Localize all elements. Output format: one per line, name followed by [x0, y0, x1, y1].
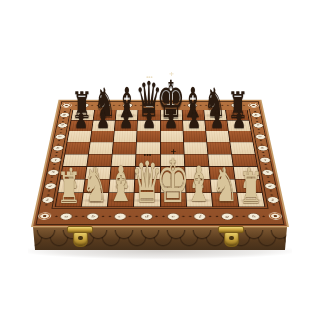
square-c5: [113, 143, 136, 154]
scroll-ornament-icon: ◆: [242, 215, 245, 217]
square-h8: [226, 110, 249, 120]
file-label-cell: ◆c◆: [116, 101, 138, 110]
file-labels-top: ◆a◆◆b◆◆c◆◆d◆◆e◆◆f◆◆g◆◆h◆: [72, 101, 247, 110]
rosette-medallion-icon: [248, 103, 259, 108]
scroll-ornament-icon: ◆: [262, 151, 265, 153]
file-label-cell: ◆d◆: [138, 101, 160, 110]
rank-label-cell: ◆8◆: [248, 110, 265, 120]
file-label-a: a: [79, 103, 90, 108]
square-d8: [138, 110, 159, 120]
square-a4: [63, 154, 88, 166]
scroll-ornament-icon: ◆: [227, 104, 230, 105]
file-label-cell: ◆f◆: [181, 101, 203, 110]
latch-hole: [78, 236, 83, 240]
square-a6: [67, 131, 91, 142]
square-d2: [135, 179, 160, 192]
square-a1: [56, 193, 83, 207]
scroll-ornament-icon: ◆: [75, 215, 78, 217]
scroll-ornament-icon: ◆: [82, 215, 85, 217]
latch-hasp: [73, 232, 88, 247]
file-label-f: f: [194, 213, 207, 220]
scroll-ornament-icon: ◆: [162, 104, 164, 105]
square-g4: [208, 154, 233, 166]
square-g7: [205, 121, 228, 131]
scroll-ornament-icon: ◆: [182, 215, 185, 217]
file-label-cell: ◆f◆: [186, 207, 214, 226]
file-label-a: a: [59, 213, 73, 220]
scroll-ornament-icon: ◆: [269, 190, 272, 192]
file-label-h: h: [247, 213, 261, 220]
file-label-cell: ◆h◆: [224, 101, 247, 110]
board-grid: [55, 110, 266, 207]
chess-board: ◆a◆◆b◆◆c◆◆d◆◆e◆◆f◆◆g◆◆h◆ ◆a◆◆b◆◆c◆◆d◆◆e◆…: [31, 100, 289, 227]
square-e6: [160, 131, 182, 142]
square-g3: [209, 167, 234, 179]
rank-label-cell: ◆4◆: [256, 154, 274, 166]
scroll-ornament-icon: ◆: [45, 204, 48, 206]
scroll-ornament-icon: ◆: [118, 104, 121, 105]
scroll-ornament-icon: ◆: [183, 104, 186, 105]
square-c4: [112, 154, 136, 166]
scroll-ornament-icon: ◆: [221, 104, 224, 105]
file-label-cell: ◆g◆: [213, 207, 242, 226]
rosette-medallion-icon: [61, 103, 72, 108]
square-a7: [69, 121, 92, 131]
square-d6: [137, 131, 159, 142]
scroll-ornament-icon: ◆: [205, 104, 208, 105]
file-label-g: g: [209, 103, 220, 108]
file-label-c: c: [122, 103, 133, 108]
square-e8: [160, 110, 181, 120]
file-label-cell: ◆a◆: [72, 101, 95, 110]
scroll-ornament-icon: ◆: [108, 215, 111, 217]
latch-hole: [229, 236, 234, 240]
scroll-ornament-icon: ◆: [264, 164, 267, 166]
file-label-cell: ◆a◆: [51, 207, 81, 226]
scroll-ornament-icon: ◆: [257, 129, 260, 131]
square-c7: [115, 121, 137, 131]
square-c2: [109, 179, 134, 192]
black-king-finial-icon: +: [169, 71, 173, 78]
scroll-ornament-icon: ◆: [50, 176, 53, 178]
square-g1: [212, 193, 238, 207]
square-b6: [91, 131, 114, 142]
rank-label-cell: ◆7◆: [249, 120, 266, 131]
rosette-medallion-icon: [268, 212, 282, 219]
rank-label-2: 2: [43, 183, 56, 189]
file-label-b: b: [100, 103, 111, 108]
scroll-ornament-icon: ◆: [235, 215, 238, 217]
scroll-ornament-icon: ◆: [140, 104, 143, 105]
square-c6: [114, 131, 137, 142]
square-b5: [89, 143, 113, 154]
square-f3: [185, 167, 210, 179]
scroll-ornament-icon: ◆: [272, 204, 275, 206]
square-b2: [84, 179, 110, 192]
square-f5: [184, 143, 207, 154]
file-label-c: c: [113, 213, 126, 220]
file-label-e: e: [167, 213, 180, 220]
scroll-ornament-icon: ◆: [128, 215, 131, 217]
square-f2: [185, 179, 210, 192]
scroll-ornament-icon: ◆: [91, 104, 94, 105]
file-label-cell: ◆g◆: [203, 101, 226, 110]
square-a8: [71, 110, 94, 120]
square-f7: [183, 121, 205, 131]
rank-label-2: 2: [263, 183, 276, 189]
square-d5: [137, 143, 160, 154]
scroll-ornament-icon: ◆: [48, 190, 51, 192]
scroll-ornament-icon: ◆: [178, 104, 181, 105]
scroll-ornament-icon: ◆: [135, 215, 138, 217]
scroll-ornament-icon: ◆: [262, 215, 265, 217]
scroll-ornament-icon: ◆: [215, 215, 218, 217]
square-b7: [92, 121, 115, 131]
scroll-ornament-icon: ◆: [134, 104, 137, 105]
rank-label-cell: ◆3◆: [258, 166, 277, 179]
photo-stage: ◆a◆◆b◆◆c◆◆d◆◆e◆◆f◆◆g◆◆h◆ ◆a◆◆b◆◆c◆◆d◆◆e◆…: [0, 0, 320, 320]
black-queen-finial-icon: •••: [146, 75, 152, 80]
rank-label-cell: ◆5◆: [253, 142, 271, 154]
square-f4: [184, 154, 208, 166]
square-b1: [82, 193, 108, 207]
file-label-cell: ◆b◆: [78, 207, 107, 226]
scroll-ornament-icon: ◆: [101, 215, 104, 217]
square-f8: [182, 110, 204, 120]
rank-label-1: 1: [40, 196, 54, 203]
square-f1: [186, 193, 212, 207]
square-e4: [160, 154, 183, 166]
square-h2: [235, 179, 261, 192]
rank-label-cell: ◆2◆: [260, 179, 279, 193]
square-h5: [230, 143, 254, 154]
square-e5: [160, 143, 183, 154]
file-label-h: h: [230, 103, 241, 108]
scroll-ornament-icon: ◆: [75, 104, 78, 105]
square-a3: [61, 167, 87, 179]
scroll-ornament-icon: ◆: [113, 104, 116, 105]
square-e3: [160, 167, 184, 179]
file-label-d: d: [144, 103, 154, 108]
scroll-ornament-icon: ◆: [55, 151, 58, 153]
square-b3: [86, 167, 111, 179]
square-b8: [94, 110, 116, 120]
square-a5: [65, 143, 89, 154]
brass-latch-icon: [216, 226, 246, 258]
scroll-ornament-icon: ◆: [242, 104, 245, 105]
square-f6: [183, 131, 206, 142]
scroll-ornament-icon: ◆: [156, 104, 158, 105]
square-d3: [136, 167, 160, 179]
scroll-ornament-icon: ◆: [199, 104, 202, 105]
square-d4: [136, 154, 159, 166]
scroll-ornament-icon: ◆: [55, 215, 58, 217]
file-label-e: e: [166, 103, 176, 108]
file-label-cell: ◆b◆: [94, 101, 117, 110]
square-c1: [108, 193, 134, 207]
brass-latch-icon: [65, 226, 95, 258]
square-e7: [160, 121, 182, 131]
scroll-ornament-icon: ◆: [267, 176, 270, 178]
scroll-ornament-icon: ◆: [97, 104, 100, 105]
scroll-ornament-icon: ◆: [155, 215, 158, 217]
square-d1: [134, 193, 159, 207]
rank-label-cell: ◆6◆: [251, 131, 268, 142]
scroll-ornament-icon: ◆: [53, 164, 56, 166]
square-g2: [210, 179, 236, 192]
file-label-cell: ◆e◆: [160, 101, 182, 110]
file-label-b: b: [86, 213, 100, 220]
square-d7: [138, 121, 160, 131]
square-h7: [227, 121, 250, 131]
rank-label-1: 1: [266, 196, 280, 203]
file-label-f: f: [187, 103, 198, 108]
file-label-g: g: [220, 213, 234, 220]
square-a2: [58, 179, 84, 192]
file-label-d: d: [140, 213, 153, 220]
latch-hasp: [224, 232, 239, 247]
file-label-cell: ◆e◆: [160, 207, 187, 226]
file-label-cell: ◆d◆: [133, 207, 160, 226]
square-e2: [160, 179, 185, 192]
scroll-ornament-icon: ◆: [259, 140, 262, 142]
file-label-cell: ◆c◆: [106, 207, 134, 226]
scroll-ornament-icon: ◆: [208, 215, 211, 217]
square-g6: [206, 131, 229, 142]
rosette-medallion-icon: [38, 212, 52, 219]
scroll-ornament-icon: ◆: [62, 118, 65, 120]
square-b4: [87, 154, 112, 166]
scroll-ornament-icon: ◆: [162, 215, 165, 217]
square-c8: [116, 110, 138, 120]
square-h1: [237, 193, 264, 207]
file-labels-bottom: ◆a◆◆b◆◆c◆◆d◆◆e◆◆f◆◆g◆◆h◆: [51, 207, 269, 226]
scroll-ornament-icon: ◆: [60, 129, 63, 131]
rank-label-cell: ◆1◆: [263, 193, 283, 207]
square-g5: [207, 143, 231, 154]
square-h4: [232, 154, 257, 166]
scroll-ornament-icon: ◆: [58, 140, 61, 142]
square-e1: [160, 193, 185, 207]
square-h6: [229, 131, 253, 142]
scroll-ornament-icon: ◆: [189, 215, 192, 217]
square-c3: [111, 167, 136, 179]
scroll-ornament-icon: ◆: [255, 118, 258, 120]
square-g8: [204, 110, 226, 120]
square-h3: [234, 167, 260, 179]
file-label-cell: ◆h◆: [239, 207, 269, 226]
